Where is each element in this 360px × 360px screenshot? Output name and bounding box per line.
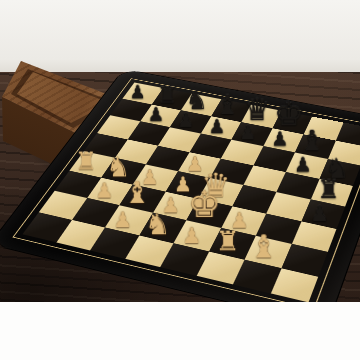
piece-bP-c7[interactable]: ♟ — [178, 111, 195, 130]
piece-wN-d2[interactable]: ♞ — [144, 209, 170, 238]
product-photo: ♟♜♞♝♛♚♟♟♟♟♟♝♟♞♟♜♜♞♟♟♛♟♟♝♟♚♟♟♞♟♜♝ — [0, 0, 360, 302]
piece-wB-g2[interactable]: ♝ — [250, 231, 279, 263]
wall — [0, 0, 360, 74]
square-g4[interactable] — [266, 192, 310, 221]
piece-wP-e2[interactable]: ♟ — [182, 224, 201, 246]
piece-wR-a4[interactable]: ♜ — [75, 148, 97, 173]
piece-wP-c2[interactable]: ♟ — [114, 209, 133, 230]
piece-wK-e3[interactable]: ♚ — [188, 186, 221, 223]
piece-bP-f7[interactable]: ♟ — [271, 129, 288, 148]
piece-bP-d7[interactable]: ♟ — [208, 117, 225, 136]
piece-wR-f2[interactable]: ♜ — [215, 227, 239, 254]
piece-bP-e7[interactable]: ♟ — [239, 123, 256, 142]
piece-bP-g6[interactable]: ♟ — [294, 155, 312, 175]
piece-wB-c3[interactable]: ♝ — [124, 178, 151, 208]
piece-bP-b7[interactable]: ♟ — [147, 105, 164, 124]
piece-bP-h4[interactable]: ♟ — [310, 203, 329, 224]
piece-bP-a8[interactable]: ♟ — [130, 83, 146, 101]
piece-bB-g7[interactable]: ♝ — [299, 127, 324, 155]
piece-bQ-e8[interactable]: ♛ — [244, 95, 271, 125]
piece-wP-b3[interactable]: ♟ — [95, 180, 113, 201]
piece-bR-h5[interactable]: ♜ — [317, 176, 340, 202]
